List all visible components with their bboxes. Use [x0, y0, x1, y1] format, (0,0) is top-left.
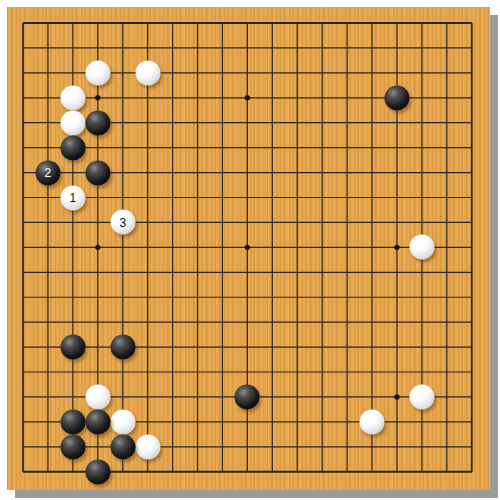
go-board[interactable]: 132 — [7, 7, 490, 490]
black-stone — [235, 384, 260, 409]
star-point — [95, 245, 100, 250]
star-point — [394, 394, 399, 399]
white-stone-move-3: 3 — [110, 210, 135, 235]
white-stone — [360, 409, 385, 434]
black-stone — [110, 335, 135, 360]
white-stone — [60, 110, 85, 135]
star-point — [245, 95, 250, 100]
white-stone — [85, 384, 110, 409]
black-stone — [85, 110, 110, 135]
white-stone — [135, 434, 160, 459]
white-stone — [85, 60, 110, 85]
white-stone — [409, 235, 434, 260]
black-stone — [60, 409, 85, 434]
black-stone-move-2: 2 — [35, 160, 60, 185]
page: 132 — [0, 0, 500, 500]
black-stone — [60, 335, 85, 360]
white-stone — [135, 60, 160, 85]
white-stone — [60, 85, 85, 110]
move-number-label: 2 — [45, 167, 52, 179]
star-point — [394, 245, 399, 250]
black-stone — [384, 85, 409, 110]
star-point — [95, 95, 100, 100]
black-stone — [110, 434, 135, 459]
black-stone — [85, 160, 110, 185]
star-point — [245, 245, 250, 250]
white-stone — [409, 384, 434, 409]
move-number-label: 1 — [70, 192, 77, 204]
black-stone — [60, 434, 85, 459]
black-stone — [85, 459, 110, 484]
white-stone-move-1: 1 — [60, 185, 85, 210]
black-stone — [85, 409, 110, 434]
black-stone — [60, 135, 85, 160]
white-stone — [110, 409, 135, 434]
move-number-label: 3 — [119, 216, 126, 228]
